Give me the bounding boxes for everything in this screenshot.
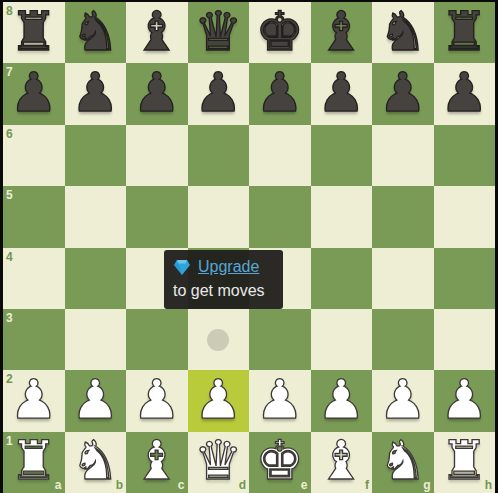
move-hint-dot[interactable] (207, 329, 229, 351)
square-g5[interactable] (372, 186, 434, 247)
square-a8[interactable]: 8♜ (3, 2, 65, 63)
piece-white-pawn[interactable]: ♟ (194, 373, 242, 427)
square-d8[interactable]: ♛ (188, 2, 250, 63)
square-b6[interactable] (65, 125, 127, 186)
piece-white-pawn[interactable]: ♟ (10, 373, 58, 427)
square-g1[interactable]: g♞ (372, 432, 434, 493)
square-a6[interactable]: 6 (3, 125, 65, 186)
square-b3[interactable] (65, 309, 127, 370)
piece-white-bishop[interactable]: ♝ (317, 434, 365, 488)
piece-white-pawn[interactable]: ♟ (317, 373, 365, 427)
square-h5[interactable] (434, 186, 496, 247)
square-h7[interactable]: ♟ (434, 63, 496, 124)
piece-black-bishop[interactable]: ♝ (317, 5, 365, 59)
rank-label-3: 3 (6, 312, 13, 324)
diamond-gem-icon (173, 259, 191, 276)
square-d1[interactable]: d♛ (188, 432, 250, 493)
square-e5[interactable] (249, 186, 311, 247)
piece-black-rook[interactable]: ♜ (10, 5, 58, 59)
square-d5[interactable] (188, 186, 250, 247)
square-f6[interactable] (311, 125, 373, 186)
square-a4[interactable]: 4 (3, 248, 65, 309)
piece-white-knight[interactable]: ♞ (379, 434, 427, 488)
square-a3[interactable]: 3 (3, 309, 65, 370)
piece-white-pawn[interactable]: ♟ (256, 373, 304, 427)
file-label-f: f (365, 479, 369, 491)
piece-black-pawn[interactable]: ♟ (317, 66, 365, 120)
upgrade-link[interactable]: Upgrade (198, 258, 259, 276)
square-h4[interactable] (434, 248, 496, 309)
square-b5[interactable] (65, 186, 127, 247)
piece-white-queen[interactable]: ♛ (194, 434, 242, 488)
square-e2[interactable]: ♟ (249, 370, 311, 431)
square-f7[interactable]: ♟ (311, 63, 373, 124)
piece-white-knight[interactable]: ♞ (71, 434, 119, 488)
piece-black-pawn[interactable]: ♟ (440, 66, 488, 120)
piece-black-knight[interactable]: ♞ (71, 5, 119, 59)
square-g4[interactable] (372, 248, 434, 309)
square-a2[interactable]: 2♟ (3, 370, 65, 431)
piece-black-pawn[interactable]: ♟ (71, 66, 119, 120)
square-b8[interactable]: ♞ (65, 2, 127, 63)
square-a7[interactable]: 7♟ (3, 63, 65, 124)
piece-black-king[interactable]: ♚ (256, 5, 304, 59)
square-g7[interactable]: ♟ (372, 63, 434, 124)
square-g6[interactable] (372, 125, 434, 186)
square-c1[interactable]: c♝ (126, 432, 188, 493)
square-h1[interactable]: h♜ (434, 432, 496, 493)
piece-black-pawn[interactable]: ♟ (379, 66, 427, 120)
square-c8[interactable]: ♝ (126, 2, 188, 63)
square-d7[interactable]: ♟ (188, 63, 250, 124)
piece-black-pawn[interactable]: ♟ (194, 66, 242, 120)
piece-black-queen[interactable]: ♛ (194, 5, 242, 59)
piece-white-pawn[interactable]: ♟ (440, 373, 488, 427)
piece-black-pawn[interactable]: ♟ (133, 66, 181, 120)
piece-black-pawn[interactable]: ♟ (256, 66, 304, 120)
piece-white-pawn[interactable]: ♟ (71, 373, 119, 427)
square-h2[interactable]: ♟ (434, 370, 496, 431)
square-g8[interactable]: ♞ (372, 2, 434, 63)
square-b4[interactable] (65, 248, 127, 309)
piece-white-king[interactable]: ♚ (256, 434, 304, 488)
square-e6[interactable] (249, 125, 311, 186)
square-c5[interactable] (126, 186, 188, 247)
square-b1[interactable]: b♞ (65, 432, 127, 493)
upgrade-tooltip-text: to get moves (173, 282, 274, 300)
square-c7[interactable]: ♟ (126, 63, 188, 124)
square-g3[interactable] (372, 309, 434, 370)
square-e3[interactable] (249, 309, 311, 370)
square-c2[interactable]: ♟ (126, 370, 188, 431)
square-c3[interactable] (126, 309, 188, 370)
rank-label-6: 6 (6, 128, 13, 140)
piece-white-rook[interactable]: ♜ (10, 434, 58, 488)
piece-black-pawn[interactable]: ♟ (10, 66, 58, 120)
square-b2[interactable]: ♟ (65, 370, 127, 431)
piece-black-knight[interactable]: ♞ (379, 5, 427, 59)
square-h6[interactable] (434, 125, 496, 186)
square-a1[interactable]: 1a♜ (3, 432, 65, 493)
upgrade-tooltip: Upgrade to get moves (164, 250, 283, 309)
piece-white-rook[interactable]: ♜ (440, 434, 488, 488)
square-f2[interactable]: ♟ (311, 370, 373, 431)
square-e1[interactable]: e♚ (249, 432, 311, 493)
piece-white-bishop[interactable]: ♝ (133, 434, 181, 488)
square-f1[interactable]: f♝ (311, 432, 373, 493)
square-d3[interactable] (188, 309, 250, 370)
square-h3[interactable] (434, 309, 496, 370)
square-d6[interactable] (188, 125, 250, 186)
rank-label-4: 4 (6, 251, 13, 263)
square-f4[interactable] (311, 248, 373, 309)
square-c6[interactable] (126, 125, 188, 186)
rank-label-5: 5 (6, 189, 13, 201)
piece-black-rook[interactable]: ♜ (440, 5, 488, 59)
square-a5[interactable]: 5 (3, 186, 65, 247)
square-d2[interactable]: ♟ (188, 370, 250, 431)
square-f8[interactable]: ♝ (311, 2, 373, 63)
piece-black-bishop[interactable]: ♝ (133, 5, 181, 59)
square-e8[interactable]: ♚ (249, 2, 311, 63)
square-f3[interactable] (311, 309, 373, 370)
square-e7[interactable]: ♟ (249, 63, 311, 124)
upgrade-tooltip-row: Upgrade (173, 258, 274, 276)
square-b7[interactable]: ♟ (65, 63, 127, 124)
piece-white-pawn[interactable]: ♟ (379, 373, 427, 427)
square-f5[interactable] (311, 186, 373, 247)
chess-board: 8♜♞♝♛♚♝♞♜7♟♟♟♟♟♟♟♟65432♟♟♟♟♟♟♟♟1a♜b♞c♝d♛… (3, 2, 495, 493)
square-h8[interactable]: ♜ (434, 2, 496, 63)
piece-white-pawn[interactable]: ♟ (133, 373, 181, 427)
square-g2[interactable]: ♟ (372, 370, 434, 431)
